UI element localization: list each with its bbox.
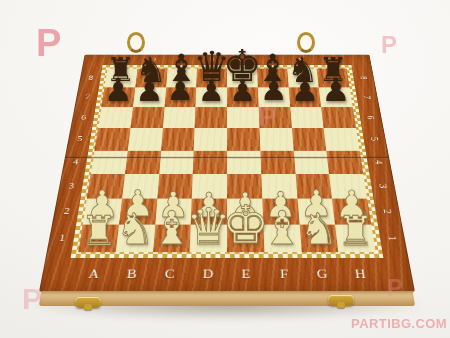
board-square-g2 <box>297 198 335 224</box>
rank-label: 2 <box>55 198 79 224</box>
file-label: F <box>265 262 304 286</box>
board-square-c6 <box>162 107 195 128</box>
brass-clasp-icon <box>75 297 101 308</box>
board-square-h6 <box>321 107 356 128</box>
file-label: E <box>197 55 227 64</box>
brass-clasp-icon <box>328 295 354 306</box>
file-label: G <box>138 55 168 64</box>
board-square-f7 <box>258 87 290 107</box>
rank-label: 7 <box>77 87 97 107</box>
board-grid <box>78 69 375 253</box>
file-label: B <box>111 262 151 286</box>
board-square-d3 <box>192 174 227 199</box>
board-square-e6 <box>227 107 259 128</box>
board-square-f4 <box>260 150 295 173</box>
file-label: B <box>286 55 316 64</box>
board-square-g8 <box>287 69 319 88</box>
board-square-g6 <box>290 107 324 128</box>
board-square-a6 <box>98 107 133 128</box>
file-label: D <box>227 55 257 64</box>
board-square-c8 <box>166 69 197 88</box>
board-square-e5 <box>227 128 260 150</box>
board-square-f5 <box>259 128 293 150</box>
board-border-ribbon <box>71 65 384 258</box>
board-square-b1 <box>115 224 154 252</box>
board-square-f2 <box>262 198 299 224</box>
file-label: E <box>227 262 266 286</box>
board-square-f3 <box>261 174 297 199</box>
board-square-c2 <box>155 198 192 224</box>
file-label: H <box>108 55 139 64</box>
file-labels-bottom: ABCDEFGH <box>73 262 381 286</box>
board-square-a2 <box>83 198 122 224</box>
chess-board: HGFEDCBA ABCDEFGH 87654321 87654321 <box>39 55 415 292</box>
board-square-b2 <box>119 198 157 224</box>
board-square-h3 <box>329 174 367 199</box>
rank-label: 1 <box>50 224 75 252</box>
board-square-a3 <box>87 174 125 199</box>
board-square-g3 <box>295 174 332 199</box>
board-square-d2 <box>191 198 227 224</box>
board-square-h2 <box>332 198 371 224</box>
watermark-p-logo: P <box>381 33 397 57</box>
board-square-f1 <box>263 224 301 252</box>
brass-hinge-icon <box>297 32 315 53</box>
board-square-b6 <box>130 107 164 128</box>
board-square-a4 <box>91 150 128 173</box>
board-square-b4 <box>125 150 161 173</box>
board-square-g5 <box>292 128 327 150</box>
board-square-a7 <box>101 87 135 107</box>
rank-label: 5 <box>69 128 91 150</box>
board-square-c7 <box>164 87 196 107</box>
board-square-a8 <box>104 69 137 88</box>
board-square-d8 <box>196 69 227 88</box>
board-square-a5 <box>94 128 130 150</box>
board-square-e3 <box>227 174 262 199</box>
board-square-f8 <box>257 69 288 88</box>
file-labels-top: HGFEDCBA <box>108 55 346 64</box>
board-square-d6 <box>195 107 227 128</box>
board-square-a1 <box>78 224 118 252</box>
product-photo-scene: HGFEDCBA ABCDEFGH 87654321 87654321 ♜♞♝♛… <box>0 0 450 338</box>
watermark-p-logo: P <box>36 24 61 62</box>
file-label: G <box>302 262 342 286</box>
board-square-h1 <box>335 224 375 252</box>
board-square-c3 <box>157 174 193 199</box>
board-square-e2 <box>227 198 263 224</box>
board-square-d5 <box>194 128 227 150</box>
rank-label: 8 <box>81 69 101 88</box>
fold-seam <box>65 156 390 158</box>
file-label: F <box>168 55 198 64</box>
file-label: A <box>315 55 346 64</box>
board-square-e7 <box>227 87 258 107</box>
board-square-b8 <box>135 69 167 88</box>
board-square-b5 <box>128 128 163 150</box>
file-label: H <box>340 262 381 286</box>
board-square-h5 <box>324 128 360 150</box>
brass-hinge-icon <box>127 32 145 53</box>
board-square-h7 <box>319 87 353 107</box>
board-square-e1 <box>227 224 264 252</box>
board-square-e8 <box>227 69 258 88</box>
board-square-e4 <box>227 150 261 173</box>
file-label: A <box>73 262 114 286</box>
rank-label: 3 <box>60 174 83 199</box>
board-square-d7 <box>196 87 227 107</box>
rank-label: 4 <box>64 150 86 173</box>
rank-label: 6 <box>73 107 94 128</box>
board-square-g1 <box>299 224 338 252</box>
board-square-d4 <box>193 150 227 173</box>
board-square-c5 <box>161 128 195 150</box>
board-square-b7 <box>133 87 166 107</box>
file-label: C <box>256 55 286 64</box>
file-label: D <box>188 262 227 286</box>
board-square-h8 <box>317 69 350 88</box>
board-square-g4 <box>293 150 329 173</box>
board-square-c1 <box>153 224 191 252</box>
board-square-h4 <box>326 150 363 173</box>
board-square-g7 <box>288 87 321 107</box>
board-square-c4 <box>159 150 194 173</box>
board-square-d1 <box>190 224 227 252</box>
board-square-f6 <box>258 107 291 128</box>
file-label: C <box>150 262 189 286</box>
board-square-b3 <box>122 174 159 199</box>
